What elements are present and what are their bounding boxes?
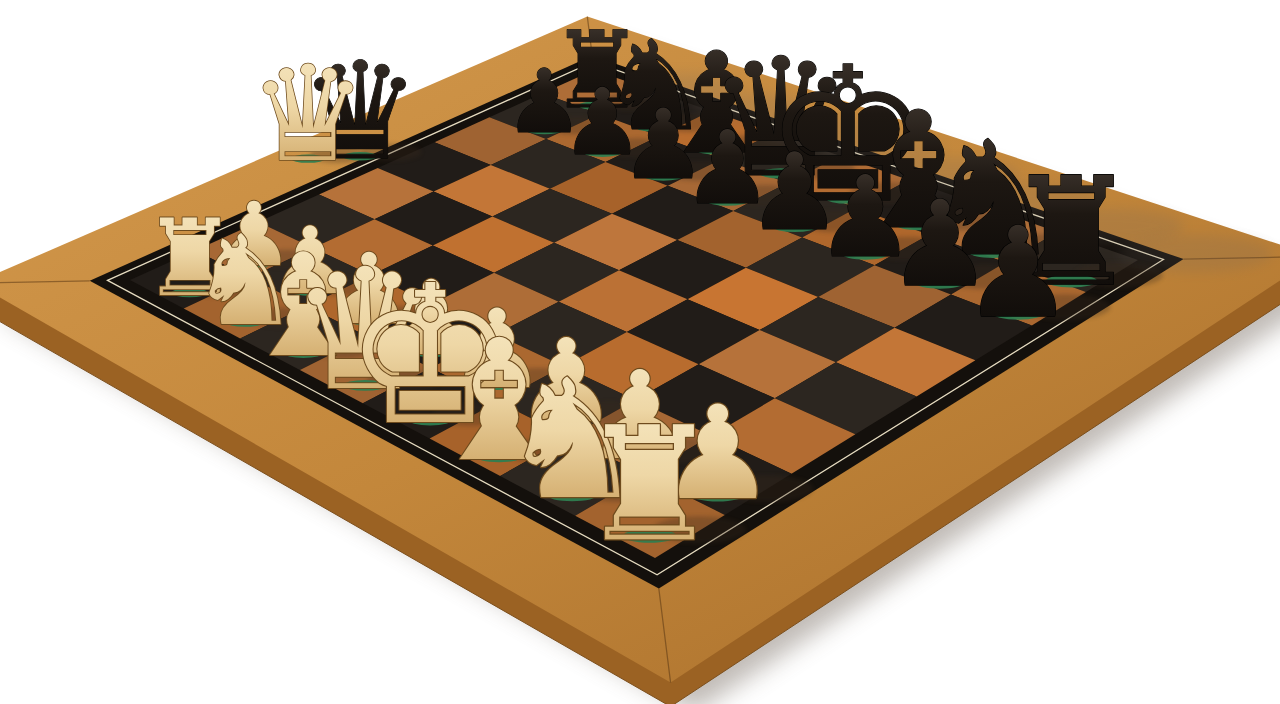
white-extra-queen[interactable]: ♛ [249, 37, 368, 191]
white-rook[interactable]: ♜ [579, 393, 720, 576]
black-pawn[interactable]: ♟ [962, 200, 1074, 345]
chess-board-scene: ♜♞♟♝♟♛♛♛♟♚♟♝♟♞♟♟♜♟♟♜♟♟♞♟♝♟♛♟♚♟♝♞♟♜ [0, 0, 1280, 704]
piece-shadow [1118, 235, 1272, 273]
product-photo: ♜♞♟♝♟♛♛♛♟♚♟♝♟♞♟♟♜♟♟♜♟♟♞♟♝♟♛♟♚♟♝♞♟♜ [0, 0, 1280, 704]
